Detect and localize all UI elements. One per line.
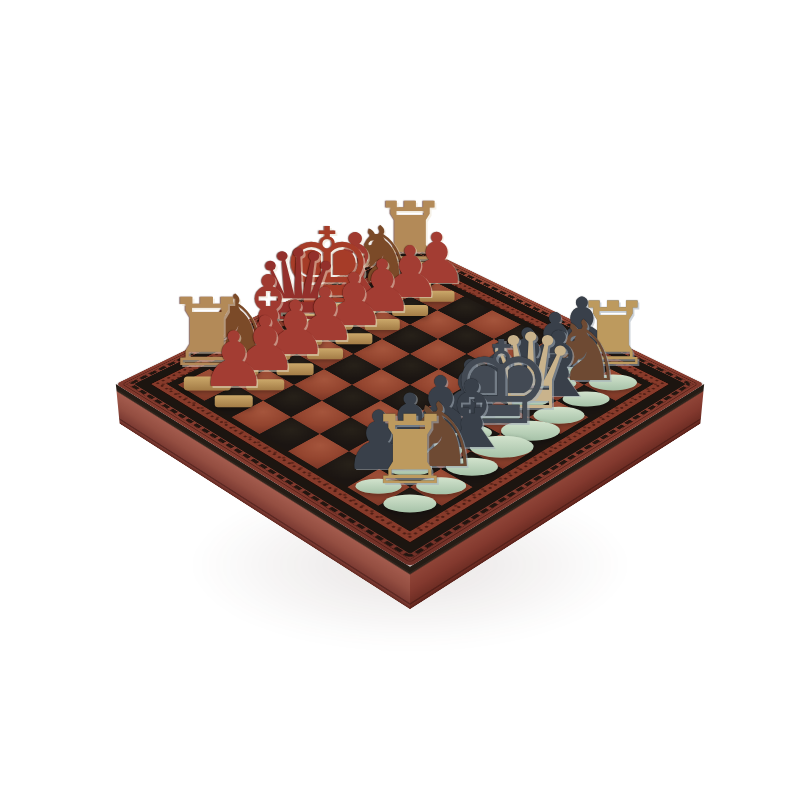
product-photo-stage: ♜♞♝♛♚♝♞♜♟♟♟♟♟♟♟♟♟♟♟♟♟♟♟♟♜♞♝♚♛♝♞♜ [0, 0, 800, 800]
